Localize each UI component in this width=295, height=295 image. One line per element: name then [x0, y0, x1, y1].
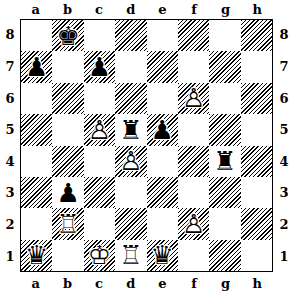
square-e5[interactable]: ♟	[147, 114, 178, 145]
piece-black-q-a1: ♛	[21, 240, 52, 271]
square-a2[interactable]	[21, 208, 52, 239]
piece-black-r-g4: ♜	[209, 146, 240, 177]
piece-black-p-b3: ♟	[52, 177, 83, 208]
file-label-bottom-d: d	[115, 276, 147, 291]
rank-label-right-5: 5	[273, 114, 295, 146]
piece-black-k-b8: ♚	[52, 20, 83, 51]
square-h1[interactable]	[241, 240, 272, 271]
square-f4[interactable]	[178, 146, 209, 177]
square-d5[interactable]: ♜	[115, 114, 146, 145]
file-label-top-d: d	[115, 2, 147, 17]
chess-diagram: abcdefgh 87654321 ♚♟♟♟♙♟♙♜♟♟♙♜♟♜♖♟♙♛♚♔♜♖…	[0, 0, 295, 295]
file-labels-top: abcdefgh	[20, 0, 273, 19]
rank-label-left-5: 5	[0, 114, 20, 146]
square-h4[interactable]	[241, 146, 272, 177]
rank-label-right-1: 1	[273, 240, 295, 272]
square-c1[interactable]: ♚♔	[84, 240, 115, 271]
file-label-top-g: g	[210, 2, 242, 17]
square-f3[interactable]	[178, 177, 209, 208]
square-d4[interactable]: ♟♙	[115, 146, 146, 177]
piece-white-p-f2: ♙	[178, 208, 209, 239]
square-e8[interactable]	[147, 20, 178, 51]
square-g2[interactable]	[209, 208, 240, 239]
square-f5[interactable]	[178, 114, 209, 145]
piece-white-r-b2: ♖	[52, 208, 83, 239]
square-a1[interactable]: ♛	[21, 240, 52, 271]
square-c6[interactable]	[84, 83, 115, 114]
square-h7[interactable]	[241, 51, 272, 82]
square-d3[interactable]	[115, 177, 146, 208]
rank-label-left-3: 3	[0, 177, 20, 209]
piece-white-r-d1: ♖	[115, 240, 146, 271]
file-label-top-b: b	[52, 2, 84, 17]
file-label-top-c: c	[83, 2, 115, 17]
square-d1[interactable]: ♜♖	[115, 240, 146, 271]
rank-label-right-3: 3	[273, 177, 295, 209]
corner-bottom-left	[0, 272, 20, 295]
square-h2[interactable]	[241, 208, 272, 239]
square-a7[interactable]: ♟	[21, 51, 52, 82]
file-label-bottom-e: e	[147, 276, 179, 291]
piece-black-p-e5: ♟	[147, 114, 178, 145]
square-c8[interactable]	[84, 20, 115, 51]
square-f6[interactable]: ♟♙	[178, 83, 209, 114]
square-e2[interactable]	[147, 208, 178, 239]
piece-black-r-d5: ♜	[115, 114, 146, 145]
square-h3[interactable]	[241, 177, 272, 208]
square-a3[interactable]	[21, 177, 52, 208]
rank-label-left-1: 1	[0, 240, 20, 272]
square-c7[interactable]: ♟	[84, 51, 115, 82]
piece-white-k-c1: ♔	[84, 240, 115, 271]
square-d8[interactable]	[115, 20, 146, 51]
square-g4[interactable]: ♜	[209, 146, 240, 177]
square-g8[interactable]	[209, 20, 240, 51]
square-g1[interactable]	[209, 240, 240, 271]
square-b6[interactable]	[52, 83, 83, 114]
piece-black-p-a7: ♟	[21, 51, 52, 82]
rank-label-right-8: 8	[273, 19, 295, 51]
piece-black-q-e1: ♛	[147, 240, 178, 271]
square-g5[interactable]	[209, 114, 240, 145]
square-h6[interactable]	[241, 83, 272, 114]
square-f8[interactable]	[178, 20, 209, 51]
rank-label-left-8: 8	[0, 19, 20, 51]
square-b1[interactable]	[52, 240, 83, 271]
square-f1[interactable]	[178, 240, 209, 271]
file-label-bottom-h: h	[241, 276, 273, 291]
square-f2[interactable]: ♟♙	[178, 208, 209, 239]
square-b3[interactable]: ♟	[52, 177, 83, 208]
square-e4[interactable]	[147, 146, 178, 177]
square-c2[interactable]	[84, 208, 115, 239]
rank-label-right-2: 2	[273, 209, 295, 241]
square-e7[interactable]	[147, 51, 178, 82]
square-a4[interactable]	[21, 146, 52, 177]
corner-top-right	[273, 0, 295, 19]
rank-label-left-2: 2	[0, 209, 20, 241]
square-e1[interactable]: ♛	[147, 240, 178, 271]
square-a5[interactable]	[21, 114, 52, 145]
piece-black-p-c7: ♟	[84, 51, 115, 82]
file-label-bottom-f: f	[178, 276, 210, 291]
rank-label-left-7: 7	[0, 51, 20, 83]
square-g6[interactable]	[209, 83, 240, 114]
square-c3[interactable]	[84, 177, 115, 208]
file-label-top-e: e	[147, 2, 179, 17]
file-label-top-f: f	[178, 2, 210, 17]
file-label-bottom-b: b	[52, 276, 84, 291]
square-b4[interactable]	[52, 146, 83, 177]
rank-label-left-4: 4	[0, 146, 20, 178]
square-b5[interactable]	[52, 114, 83, 145]
file-label-bottom-c: c	[83, 276, 115, 291]
rank-label-right-4: 4	[273, 146, 295, 178]
square-b7[interactable]	[52, 51, 83, 82]
rank-labels-right: 87654321	[273, 19, 295, 272]
square-a8[interactable]	[21, 20, 52, 51]
square-g3[interactable]	[209, 177, 240, 208]
square-e3[interactable]	[147, 177, 178, 208]
file-label-bottom-a: a	[20, 276, 52, 291]
file-label-top-a: a	[20, 2, 52, 17]
square-e6[interactable]	[147, 83, 178, 114]
square-a6[interactable]	[21, 83, 52, 114]
piece-white-p-d4: ♙	[115, 146, 146, 177]
square-f7[interactable]	[178, 51, 209, 82]
square-h8[interactable]	[241, 20, 272, 51]
rank-label-right-7: 7	[273, 51, 295, 83]
square-d6[interactable]	[115, 83, 146, 114]
square-d7[interactable]	[115, 51, 146, 82]
file-label-bottom-g: g	[210, 276, 242, 291]
piece-white-p-c5: ♙	[84, 114, 115, 145]
file-label-top-h: h	[241, 2, 273, 17]
square-b2[interactable]: ♜♖	[52, 208, 83, 239]
square-h5[interactable]	[241, 114, 272, 145]
file-labels-bottom: abcdefgh	[20, 272, 273, 295]
corner-top-left	[0, 0, 20, 19]
rank-label-left-6: 6	[0, 82, 20, 114]
chess-board: ♚♟♟♟♙♟♙♜♟♟♙♜♟♜♖♟♙♛♚♔♜♖♛	[20, 19, 273, 272]
piece-white-p-f6: ♙	[178, 83, 209, 114]
square-b8[interactable]: ♚	[52, 20, 83, 51]
square-c4[interactable]	[84, 146, 115, 177]
corner-bottom-right	[273, 272, 295, 295]
rank-labels-left: 87654321	[0, 19, 20, 272]
square-d2[interactable]	[115, 208, 146, 239]
rank-label-right-6: 6	[273, 82, 295, 114]
square-g7[interactable]	[209, 51, 240, 82]
square-c5[interactable]: ♟♙	[84, 114, 115, 145]
